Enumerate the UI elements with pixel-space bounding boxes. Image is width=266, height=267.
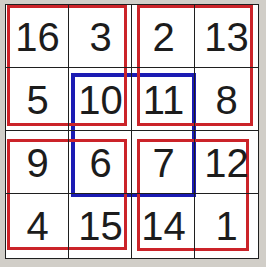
board: 16321351011896712415141	[5, 4, 259, 259]
magic-square-diagram: 16321351011896712415141	[0, 0, 266, 267]
cell-r2c2: 10	[69, 68, 132, 131]
cell-r2c4: 8	[195, 68, 258, 131]
cell-r1c2: 3	[69, 5, 132, 68]
cell-r4c3: 14	[132, 195, 195, 258]
cell-r2c1: 5	[6, 68, 69, 131]
cell-r1c3: 2	[132, 5, 195, 68]
cell-r3c4: 12	[195, 132, 258, 195]
cell-r4c2: 15	[69, 195, 132, 258]
cell-r1c1: 16	[6, 5, 69, 68]
cell-r3c1: 9	[6, 132, 69, 195]
cell-r1c4: 13	[195, 5, 258, 68]
cell-r4c1: 4	[6, 195, 69, 258]
cells-layer: 16321351011896712415141	[6, 5, 258, 258]
cell-r3c3: 7	[132, 132, 195, 195]
cell-r3c2: 6	[69, 132, 132, 195]
cell-r2c3: 11	[132, 68, 195, 131]
cell-r4c4: 1	[195, 195, 258, 258]
